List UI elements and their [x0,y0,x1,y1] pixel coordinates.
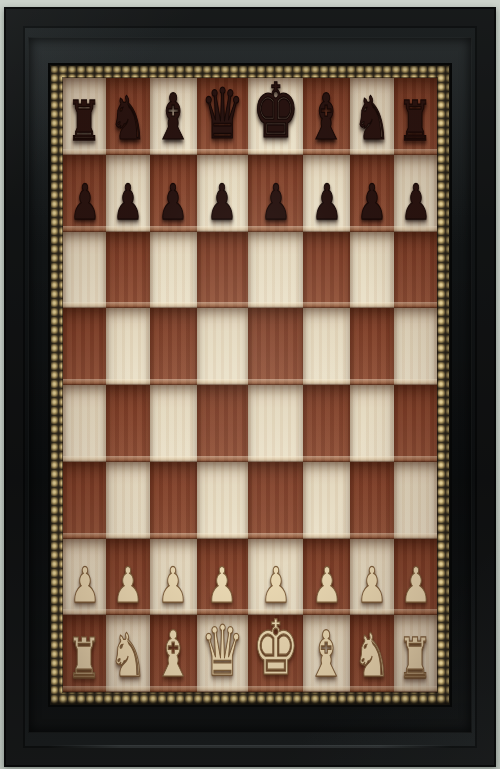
square-a5[interactable] [63,308,106,385]
piece-black-pawn[interactable]: ♟ [113,177,143,226]
piece-white-knight[interactable]: ♞ [353,626,390,686]
square-b1[interactable]: ♞ [106,615,150,692]
picture-frame: ♜♞♝♛♚♝♞♜♟♟♟♟♟♟♟♟♟♟♟♟♟♟♟♟♜♞♝♛♚♝♞♜ [4,7,496,767]
square-h2[interactable]: ♟ [394,539,437,616]
piece-black-bishop[interactable]: ♝ [154,85,194,148]
square-c4[interactable] [150,385,197,462]
piece-black-king[interactable]: ♚ [252,73,299,149]
square-e6[interactable] [248,232,304,309]
square-f6[interactable] [303,232,350,309]
piece-white-pawn[interactable]: ♟ [207,560,237,609]
photo-background: ♜♞♝♛♚♝♞♜♟♟♟♟♟♟♟♟♟♟♟♟♟♟♟♟♜♞♝♛♚♝♞♜ [0,0,500,769]
piece-black-pawn[interactable]: ♟ [311,177,341,226]
piece-white-pawn[interactable]: ♟ [400,560,430,609]
piece-white-pawn[interactable]: ♟ [311,560,341,609]
square-d5[interactable] [197,308,248,385]
square-g3[interactable] [350,462,394,539]
square-b4[interactable] [106,385,150,462]
square-b2[interactable]: ♟ [106,539,150,616]
square-f7[interactable]: ♟ [303,155,350,232]
square-b6[interactable] [106,232,150,309]
piece-black-queen[interactable]: ♛ [200,79,243,149]
square-a2[interactable]: ♟ [63,539,106,616]
square-h1[interactable]: ♜ [394,615,437,692]
square-f3[interactable] [303,462,350,539]
square-h4[interactable] [394,385,437,462]
square-h8[interactable]: ♜ [394,78,437,155]
square-h7[interactable]: ♟ [394,155,437,232]
square-e5[interactable] [248,308,304,385]
square-c2[interactable]: ♟ [150,539,197,616]
square-h6[interactable] [394,232,437,309]
piece-black-pawn[interactable]: ♟ [260,177,290,226]
square-a3[interactable] [63,462,106,539]
square-g2[interactable]: ♟ [350,539,394,616]
square-a6[interactable] [63,232,106,309]
square-h5[interactable] [394,308,437,385]
square-g6[interactable] [350,232,394,309]
square-e8[interactable]: ♚ [248,78,304,155]
square-h3[interactable] [394,462,437,539]
piece-white-bishop[interactable]: ♝ [307,623,347,686]
piece-black-pawn[interactable]: ♟ [158,177,188,226]
frame-bottom-sheen [48,745,451,748]
square-a7[interactable]: ♟ [63,155,106,232]
square-d3[interactable] [197,462,248,539]
square-d2[interactable]: ♟ [197,539,248,616]
piece-white-king[interactable]: ♚ [252,610,299,686]
square-g4[interactable] [350,385,394,462]
piece-black-pawn[interactable]: ♟ [357,177,387,226]
square-g8[interactable]: ♞ [350,78,394,155]
piece-white-bishop[interactable]: ♝ [154,623,194,686]
square-f1[interactable]: ♝ [303,615,350,692]
square-e4[interactable] [248,385,304,462]
square-e3[interactable] [248,462,304,539]
piece-black-pawn[interactable]: ♟ [400,177,430,226]
square-f2[interactable]: ♟ [303,539,350,616]
square-c7[interactable]: ♟ [150,155,197,232]
square-f4[interactable] [303,385,350,462]
piece-white-rook[interactable]: ♜ [67,631,101,686]
piece-black-knight[interactable]: ♞ [353,89,390,149]
square-a8[interactable]: ♜ [63,78,106,155]
piece-black-rook[interactable]: ♜ [398,94,432,149]
piece-black-rook[interactable]: ♜ [67,94,101,149]
piece-white-pawn[interactable]: ♟ [158,560,188,609]
square-a1[interactable]: ♜ [63,615,106,692]
square-g5[interactable] [350,308,394,385]
piece-black-pawn[interactable]: ♟ [69,177,99,226]
square-c6[interactable] [150,232,197,309]
square-d1[interactable]: ♛ [197,615,248,692]
piece-black-pawn[interactable]: ♟ [207,177,237,226]
square-d7[interactable]: ♟ [197,155,248,232]
piece-black-knight[interactable]: ♞ [109,89,146,149]
piece-white-knight[interactable]: ♞ [109,626,146,686]
square-g7[interactable]: ♟ [350,155,394,232]
square-c1[interactable]: ♝ [150,615,197,692]
square-g1[interactable]: ♞ [350,615,394,692]
square-f8[interactable]: ♝ [303,78,350,155]
piece-white-pawn[interactable]: ♟ [260,560,290,609]
square-e7[interactable]: ♟ [248,155,304,232]
piece-white-pawn[interactable]: ♟ [69,560,99,609]
piece-black-bishop[interactable]: ♝ [307,85,347,148]
square-b7[interactable]: ♟ [106,155,150,232]
piece-white-rook[interactable]: ♜ [398,631,432,686]
beaded-gold-trim: ♜♞♝♛♚♝♞♜♟♟♟♟♟♟♟♟♟♟♟♟♟♟♟♟♜♞♝♛♚♝♞♜ [50,65,450,705]
square-c5[interactable] [150,308,197,385]
square-c3[interactable] [150,462,197,539]
square-b5[interactable] [106,308,150,385]
piece-white-pawn[interactable]: ♟ [113,560,143,609]
square-f5[interactable] [303,308,350,385]
chess-board: ♜♞♝♛♚♝♞♜♟♟♟♟♟♟♟♟♟♟♟♟♟♟♟♟♜♞♝♛♚♝♞♜ [63,78,437,692]
square-d6[interactable] [197,232,248,309]
square-e1[interactable]: ♚ [248,615,304,692]
square-c8[interactable]: ♝ [150,78,197,155]
square-b8[interactable]: ♞ [106,78,150,155]
square-d4[interactable] [197,385,248,462]
square-b3[interactable] [106,462,150,539]
piece-white-queen[interactable]: ♛ [200,616,243,686]
square-d8[interactable]: ♛ [197,78,248,155]
piece-white-pawn[interactable]: ♟ [357,560,387,609]
square-a4[interactable] [63,385,106,462]
